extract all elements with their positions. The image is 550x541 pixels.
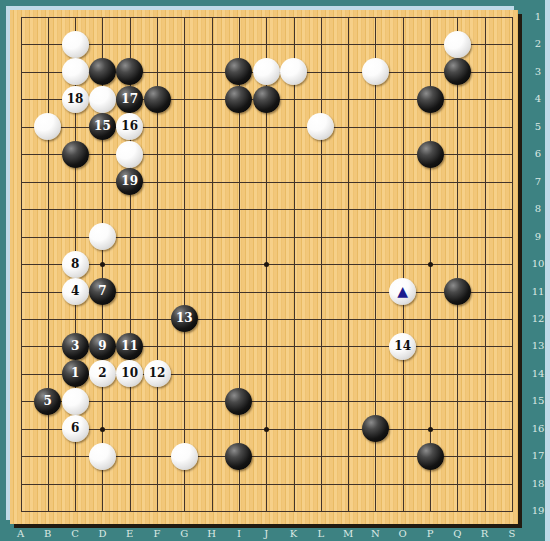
move-number: 10: [121, 366, 138, 380]
black-stone: 5: [34, 388, 61, 415]
white-stone: 18: [62, 86, 89, 113]
column-label: F: [150, 528, 164, 540]
white-stone: [89, 86, 116, 113]
black-stone: [225, 443, 252, 470]
move-number: 5: [44, 394, 52, 408]
white-stone: [280, 58, 307, 85]
column-label: P: [423, 528, 437, 540]
white-stone: [62, 31, 89, 58]
white-stone: [444, 31, 471, 58]
move-number: 13: [176, 311, 193, 325]
white-stone: [89, 223, 116, 250]
white-stone: [171, 443, 198, 470]
black-stone: [225, 388, 252, 415]
column-label: J: [259, 528, 273, 540]
black-stone: [225, 58, 252, 85]
black-stone: 17: [116, 86, 143, 113]
black-stone: 9: [89, 333, 116, 360]
black-stone: [417, 443, 444, 470]
black-stone: [362, 415, 389, 442]
white-stone: [362, 58, 389, 85]
white-stone: [89, 443, 116, 470]
grid-line-vertical: [321, 17, 322, 512]
move-number: 12: [149, 366, 166, 380]
black-stone: [417, 86, 444, 113]
white-stone: 16: [116, 113, 143, 140]
column-label: G: [177, 528, 191, 540]
black-stone: [89, 58, 116, 85]
black-stone: [417, 141, 444, 168]
black-stone: [444, 58, 471, 85]
move-number: 9: [98, 339, 106, 353]
move-number: 4: [71, 284, 79, 298]
white-stone: [307, 113, 334, 140]
move-number: 19: [121, 174, 138, 188]
column-label: A: [14, 528, 28, 540]
black-stone: [253, 86, 280, 113]
black-stone: 7: [89, 278, 116, 305]
move-number: 7: [98, 284, 106, 298]
white-stone: [253, 58, 280, 85]
white-stone: [34, 113, 61, 140]
black-stone: 13: [171, 305, 198, 332]
move-number: 15: [94, 119, 111, 133]
move-number: 16: [121, 119, 138, 133]
column-label: Q: [450, 528, 464, 540]
black-stone: [444, 278, 471, 305]
grid-line-horizontal: [21, 319, 513, 320]
grid-line-vertical: [348, 17, 349, 512]
column-label: B: [41, 528, 55, 540]
star-point: [264, 427, 269, 432]
white-stone: [62, 388, 89, 415]
black-stone: [144, 86, 171, 113]
go-board[interactable]: 1817151619847▲1339111412101256: [10, 10, 518, 524]
star-point: [100, 427, 105, 432]
grid-line-vertical: [512, 17, 513, 512]
star-point: [428, 262, 433, 267]
black-stone: 1: [62, 360, 89, 387]
column-label: K: [287, 528, 301, 540]
white-stone: 2: [89, 360, 116, 387]
column-label: I: [232, 528, 246, 540]
move-number: 18: [67, 92, 84, 106]
white-stone: 4: [62, 278, 89, 305]
star-point: [100, 262, 105, 267]
move-number: 17: [121, 92, 138, 106]
white-stone: 14: [389, 333, 416, 360]
black-stone: [116, 58, 143, 85]
grid-line-vertical: [485, 17, 486, 512]
black-stone: [225, 86, 252, 113]
move-number: 14: [394, 339, 411, 353]
black-stone: [62, 141, 89, 168]
white-stone: ▲: [389, 278, 416, 305]
grid-line-horizontal: [21, 401, 513, 402]
grid-line-vertical: [294, 17, 295, 512]
column-label: M: [341, 528, 355, 540]
black-stone: 11: [116, 333, 143, 360]
column-label: E: [123, 528, 137, 540]
white-stone: 6: [62, 415, 89, 442]
white-stone: 12: [144, 360, 171, 387]
column-label: L: [314, 528, 328, 540]
move-number: 2: [98, 366, 106, 380]
column-label: S: [505, 528, 519, 540]
black-stone: 15: [89, 113, 116, 140]
window-edge-highlight: [545, 0, 550, 541]
column-label: R: [478, 528, 492, 540]
grid-line-horizontal: [21, 511, 513, 512]
move-number: 1: [71, 366, 79, 380]
go-app-window: 1817151619847▲1339111412101256 ABCDEFGHI…: [0, 0, 550, 541]
move-number: 6: [71, 421, 79, 435]
column-label: C: [68, 528, 82, 540]
column-label: O: [396, 528, 410, 540]
black-stone: 19: [116, 168, 143, 195]
star-point: [264, 262, 269, 267]
white-stone: [116, 141, 143, 168]
move-number: 3: [71, 339, 79, 353]
column-label: D: [95, 528, 109, 540]
grid-line-vertical: [403, 17, 404, 512]
grid-line-horizontal: [21, 484, 513, 485]
move-number: 11: [121, 339, 138, 353]
white-stone: [62, 58, 89, 85]
column-label: N: [368, 528, 382, 540]
star-point: [428, 427, 433, 432]
column-label: H: [205, 528, 219, 540]
move-number: 8: [71, 257, 79, 271]
white-stone: 8: [62, 251, 89, 278]
triangle-mark-icon: ▲: [389, 278, 416, 305]
black-stone: 3: [62, 333, 89, 360]
white-stone: 10: [116, 360, 143, 387]
grid-line-vertical: [457, 17, 458, 512]
